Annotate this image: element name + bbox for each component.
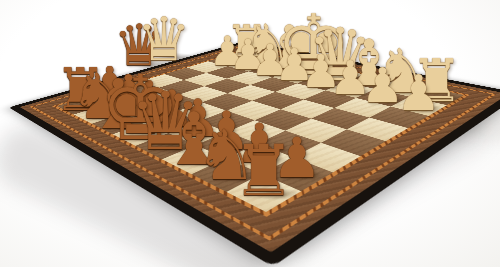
chess-board [20,43,500,252]
chess-set-product-photo: ♛♛♜♟♞♟♝♟♚♟♛♟♝♟♟♞♜♟♟♜♞♟♟♝♟♚♟♛♟♝♟♞♟♜ [0,0,500,267]
